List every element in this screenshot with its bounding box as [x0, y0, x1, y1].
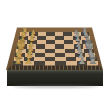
square-7-5[interactable] [66, 61, 77, 65]
piece-black-rook[interactable]: ♜ [88, 55, 96, 64]
chess-set-product-photo: ♜♞♝♛♚♝♞♜♟♟♟♟♟♟♟♟♟♟♟♟♟♟♟♟♜♞♝♛♚♝♞♜ [0, 0, 110, 110]
piece-black-pawn[interactable]: ♟ [78, 56, 85, 64]
board-box-side [7, 70, 104, 86]
piece-white-pawn[interactable]: ♟ [25, 56, 32, 64]
square-7-4[interactable] [55, 61, 66, 65]
square-7-2[interactable] [34, 61, 45, 65]
drop-shadow [12, 85, 98, 88]
piece-white-rook[interactable]: ♜ [14, 55, 22, 64]
square-7-3[interactable] [45, 61, 56, 65]
